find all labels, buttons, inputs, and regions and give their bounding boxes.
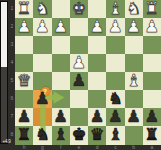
square-b6[interactable] bbox=[125, 90, 143, 108]
square-a5[interactable] bbox=[143, 72, 161, 90]
square-b4[interactable] bbox=[125, 54, 143, 72]
file-label-c: c bbox=[106, 144, 124, 150]
square-g3[interactable] bbox=[33, 36, 51, 54]
piece-wP-b2[interactable]: ♟ bbox=[125, 18, 143, 36]
piece-bP-f7[interactable]: ♟ bbox=[52, 108, 70, 126]
piece-wP-a2[interactable]: ♟ bbox=[143, 18, 161, 36]
piece-bB-f8[interactable]: ♝ bbox=[52, 126, 70, 144]
square-h6[interactable] bbox=[15, 90, 33, 108]
square-h4[interactable] bbox=[15, 54, 33, 72]
file-label-h: h bbox=[15, 144, 33, 150]
piece-wB-b5[interactable]: ♝ bbox=[125, 72, 143, 90]
piece-wB-c1[interactable]: ♝ bbox=[106, 0, 124, 18]
piece-bN-g8[interactable]: ♞ bbox=[33, 126, 51, 144]
square-d5[interactable] bbox=[88, 72, 106, 90]
square-c5[interactable] bbox=[106, 72, 124, 90]
piece-bR-h8[interactable]: ♜ bbox=[15, 126, 33, 144]
piece-bP-g6[interactable]: ♟ bbox=[33, 90, 51, 108]
piece-wN-g1[interactable]: ♞ bbox=[33, 0, 51, 18]
piece-bP-d7[interactable]: ♟ bbox=[88, 108, 106, 126]
piece-wP-d2[interactable]: ♟ bbox=[88, 18, 106, 36]
square-a6[interactable] bbox=[143, 90, 161, 108]
file-label-b: b bbox=[125, 144, 143, 150]
square-e7[interactable] bbox=[70, 108, 88, 126]
piece-wP-e4[interactable]: ♟ bbox=[70, 54, 88, 72]
file-label-a: a bbox=[143, 144, 161, 150]
piece-bR-a8[interactable]: ♜ bbox=[143, 126, 161, 144]
piece-bN-c6[interactable]: ♞ bbox=[106, 90, 124, 108]
piece-bP-a7[interactable]: ♟ bbox=[143, 108, 161, 126]
piece-wQ-h5[interactable]: ♛ bbox=[15, 72, 33, 90]
square-f4[interactable] bbox=[52, 54, 70, 72]
square-c4[interactable] bbox=[106, 54, 124, 72]
square-b8[interactable] bbox=[125, 126, 143, 144]
piece-bP-c7[interactable]: ♟ bbox=[106, 108, 124, 126]
square-d6[interactable] bbox=[88, 90, 106, 108]
file-label-d: d bbox=[88, 144, 106, 150]
piece-wR-a1[interactable]: ♜ bbox=[143, 0, 161, 18]
piece-bK-e8[interactable]: ♚ bbox=[70, 126, 88, 144]
piece-bP-b7[interactable]: ♟ bbox=[125, 108, 143, 126]
square-e6[interactable] bbox=[70, 90, 88, 108]
square-a4[interactable] bbox=[143, 54, 161, 72]
piece-wK-e1[interactable]: ♚ bbox=[70, 0, 88, 18]
piece-wP-h2[interactable]: ♟ bbox=[15, 18, 33, 36]
piece-bQ-d8[interactable]: ♛ bbox=[88, 126, 106, 144]
piece-wP-g2[interactable]: ♟ bbox=[33, 18, 51, 36]
piece-wP-c2[interactable]: ♟ bbox=[106, 18, 124, 36]
square-e3[interactable] bbox=[70, 36, 88, 54]
file-label-e: e bbox=[70, 144, 88, 150]
square-f3[interactable] bbox=[52, 36, 70, 54]
piece-wP-f2[interactable]: ♟ bbox=[52, 18, 70, 36]
piece-bP-e5[interactable]: ♟ bbox=[70, 72, 88, 90]
square-d3[interactable] bbox=[88, 36, 106, 54]
square-f1[interactable] bbox=[52, 0, 70, 18]
evaluation-bar bbox=[0, 1, 8, 144]
file-label-g: g bbox=[33, 144, 51, 150]
square-c3[interactable] bbox=[106, 36, 124, 54]
square-d1[interactable] bbox=[88, 0, 106, 18]
square-f6[interactable] bbox=[52, 90, 70, 108]
file-labels: hgfedcba bbox=[15, 144, 161, 150]
square-b3[interactable] bbox=[125, 36, 143, 54]
square-d4[interactable] bbox=[88, 54, 106, 72]
square-g4[interactable] bbox=[33, 54, 51, 72]
piece-bP-h7[interactable]: ♟ bbox=[15, 108, 33, 126]
square-g7[interactable] bbox=[33, 108, 51, 126]
square-e2[interactable] bbox=[70, 18, 88, 36]
piece-bB-c8[interactable]: ♝ bbox=[106, 126, 124, 144]
piece-wN-b1[interactable]: ♞ bbox=[125, 0, 143, 18]
evaluation-bar-white-section bbox=[1, 2, 7, 67]
piece-wR-h1[interactable]: ♜ bbox=[15, 0, 33, 18]
file-label-f: f bbox=[52, 144, 70, 150]
square-f5[interactable] bbox=[52, 72, 70, 90]
square-h3[interactable] bbox=[15, 36, 33, 54]
square-a3[interactable] bbox=[143, 36, 161, 54]
chess-analysis-view: +4.9 12345678 ? hgfedcba ♜♞♚♝♞♜♟♟♟♟♟♟♟♟♛… bbox=[0, 0, 161, 150]
